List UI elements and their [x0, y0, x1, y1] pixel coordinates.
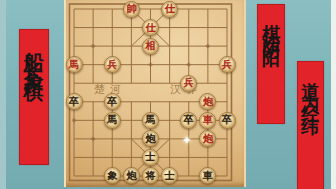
piece-black-soldier[interactable]: 卒: [180, 112, 197, 129]
piece-black-horse[interactable]: 馬: [142, 112, 159, 129]
piece-red-soldier[interactable]: 兵: [180, 75, 197, 92]
banner-right-outer-calligraphy: 道为经纬: [297, 61, 324, 189]
piece-red-general[interactable]: 帥: [123, 1, 140, 18]
piece-black-horse[interactable]: 馬: [104, 112, 121, 129]
right-edge-strip: [331, 0, 336, 189]
piece-black-advisor[interactable]: 士: [142, 149, 159, 166]
piece-black-soldier[interactable]: 卒: [219, 112, 236, 129]
banner-right-inner-calligraphy: 棋法阴阳: [257, 4, 285, 124]
piece-black-soldier[interactable]: 卒: [66, 93, 83, 110]
xiangqi-app-screen: 船长象棋 棋法阴阳 道为经纬 楚河 汉界 帥仕仕相馬兵兵兵炮車炮卒卒馬馬卒卒炮士…: [0, 0, 336, 189]
xiangqi-board[interactable]: 楚河 汉界 帥仕仕相馬兵兵兵炮車炮卒卒馬馬卒卒炮士象炮将士車✦: [64, 0, 246, 187]
piece-black-soldier[interactable]: 卒: [104, 93, 121, 110]
piece-red-soldier[interactable]: 兵: [104, 56, 121, 73]
piece-red-elephant[interactable]: 相: [142, 38, 159, 55]
piece-red-advisor[interactable]: 仕: [161, 1, 178, 18]
piece-red-horse[interactable]: 馬: [66, 56, 83, 73]
banner-left-calligraphy: 船长象棋: [19, 29, 49, 165]
left-edge-strip: [0, 0, 6, 189]
piece-red-soldier[interactable]: 兵: [219, 56, 236, 73]
piece-red-advisor[interactable]: 仕: [142, 19, 159, 36]
